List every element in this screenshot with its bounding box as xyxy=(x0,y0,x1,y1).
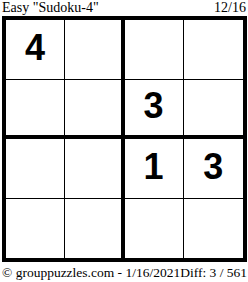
footer: © grouppuzzles.com - 1/16/2021 Diff: 3 /… xyxy=(2,265,244,280)
sudoku-board: 4 3 1 3 xyxy=(2,16,247,262)
cell-r1c2[interactable] xyxy=(65,20,124,80)
cell-r3c1[interactable] xyxy=(6,139,65,199)
cell-r3c4[interactable]: 3 xyxy=(184,139,243,199)
cell-r3c3[interactable]: 1 xyxy=(125,139,184,199)
header: Easy "Sudoku-4" 12/16 xyxy=(2,0,246,15)
cell-r2c2[interactable] xyxy=(65,80,124,140)
cell-r2c3[interactable]: 3 xyxy=(125,80,184,140)
cell-r4c2[interactable] xyxy=(65,199,124,259)
cell-r4c1[interactable] xyxy=(6,199,65,259)
footer-copyright: © grouppuzzles.com - 1/16/2021 xyxy=(2,265,180,280)
footer-difficulty: Diff: 3 / 561 xyxy=(180,265,247,280)
cell-r3c2[interactable] xyxy=(65,139,124,199)
cell-r2c4[interactable] xyxy=(184,80,243,140)
cell-r4c3[interactable] xyxy=(125,199,184,259)
cell-r2c1[interactable] xyxy=(6,80,65,140)
cell-r4c4[interactable] xyxy=(184,199,243,259)
cell-r1c4[interactable] xyxy=(184,20,243,80)
cell-r1c3[interactable] xyxy=(125,20,184,80)
cells-counter: 12/16 xyxy=(214,0,246,15)
cell-r1c1[interactable]: 4 xyxy=(6,20,65,80)
page-title: Easy "Sudoku-4" xyxy=(2,0,99,15)
